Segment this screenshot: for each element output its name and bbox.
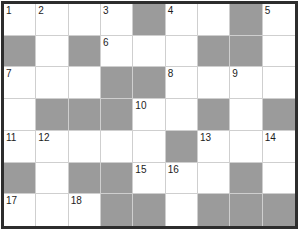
crossword-cell[interactable] — [263, 163, 295, 195]
crossword-cell[interactable]: 12 — [36, 131, 68, 163]
block-cell — [4, 36, 36, 68]
clue-number: 18 — [71, 195, 82, 206]
crossword-cell[interactable]: 2 — [36, 4, 68, 36]
clue-number: 1 — [6, 5, 12, 16]
crossword-board: 123456789101112131415161718 — [1, 1, 298, 229]
block-cell — [133, 67, 165, 99]
crossword-cell[interactable] — [36, 67, 68, 99]
crossword-cell[interactable]: 10 — [133, 99, 165, 131]
clue-number: 15 — [135, 164, 146, 175]
clue-number: 3 — [103, 5, 109, 16]
crossword-cell[interactable] — [166, 36, 198, 68]
clue-number: 12 — [38, 132, 49, 143]
crossword-cell[interactable] — [69, 67, 101, 99]
block-cell — [101, 163, 133, 195]
crossword-cell[interactable]: 18 — [69, 194, 101, 226]
crossword-cell[interactable]: 3 — [101, 4, 133, 36]
crossword-cell[interactable] — [198, 163, 230, 195]
crossword-cell[interactable]: 1 — [4, 4, 36, 36]
block-cell — [69, 99, 101, 131]
block-cell — [166, 131, 198, 163]
crossword-cell[interactable] — [4, 99, 36, 131]
crossword-cell[interactable] — [166, 194, 198, 226]
crossword-cell[interactable]: 15 — [133, 163, 165, 195]
block-cell — [198, 194, 230, 226]
crossword-cell[interactable] — [263, 36, 295, 68]
crossword-cell[interactable] — [36, 36, 68, 68]
block-cell — [198, 99, 230, 131]
crossword-cell[interactable]: 16 — [166, 163, 198, 195]
crossword-cell[interactable]: 17 — [4, 194, 36, 226]
crossword-cell[interactable]: 9 — [230, 67, 262, 99]
crossword-cell[interactable]: 7 — [4, 67, 36, 99]
crossword-cell[interactable]: 5 — [263, 4, 295, 36]
clue-number: 10 — [135, 100, 146, 111]
block-cell — [230, 36, 262, 68]
block-cell — [230, 163, 262, 195]
clue-number: 11 — [6, 132, 16, 143]
clue-number: 4 — [168, 5, 174, 16]
block-cell — [133, 4, 165, 36]
clue-number: 13 — [200, 132, 211, 143]
block-cell — [230, 4, 262, 36]
clue-number: 5 — [265, 5, 271, 16]
crossword-cell[interactable] — [198, 4, 230, 36]
block-cell — [263, 194, 295, 226]
crossword-cell[interactable] — [69, 131, 101, 163]
block-cell — [101, 194, 133, 226]
block-cell — [101, 99, 133, 131]
crossword-cell[interactable]: 4 — [166, 4, 198, 36]
crossword-cell[interactable]: 14 — [263, 131, 295, 163]
crossword-cell[interactable] — [101, 131, 133, 163]
block-cell — [198, 36, 230, 68]
clue-number: 14 — [265, 132, 276, 143]
crossword-cell[interactable] — [69, 4, 101, 36]
clue-number: 7 — [6, 68, 12, 79]
crossword-cell[interactable] — [36, 163, 68, 195]
clue-number: 8 — [168, 68, 174, 79]
block-cell — [230, 194, 262, 226]
clue-number: 16 — [168, 164, 179, 175]
clue-number: 2 — [38, 5, 44, 16]
crossword-cell[interactable] — [198, 67, 230, 99]
crossword-cell[interactable] — [36, 194, 68, 226]
crossword-grid: 123456789101112131415161718 — [4, 4, 295, 226]
crossword-cell[interactable]: 6 — [101, 36, 133, 68]
block-cell — [133, 194, 165, 226]
crossword-cell[interactable]: 13 — [198, 131, 230, 163]
crossword-cell[interactable] — [166, 99, 198, 131]
crossword-cell[interactable]: 8 — [166, 67, 198, 99]
block-cell — [69, 163, 101, 195]
block-cell — [101, 67, 133, 99]
block-cell — [263, 99, 295, 131]
crossword-cell[interactable] — [133, 36, 165, 68]
block-cell — [36, 99, 68, 131]
crossword-cell[interactable] — [230, 99, 262, 131]
clue-number: 17 — [6, 195, 17, 206]
crossword-cell[interactable] — [133, 131, 165, 163]
crossword-cell[interactable] — [263, 67, 295, 99]
clue-number: 9 — [232, 68, 238, 79]
crossword-cell[interactable] — [230, 131, 262, 163]
clue-number: 6 — [103, 37, 109, 48]
block-cell — [69, 36, 101, 68]
block-cell — [4, 163, 36, 195]
crossword-cell[interactable]: 11 — [4, 131, 36, 163]
